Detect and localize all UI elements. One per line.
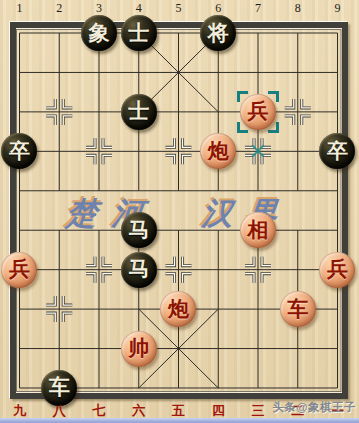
file-label-top: 6	[215, 1, 221, 16]
file-label-top: 5	[175, 1, 181, 16]
piece-red-cannon[interactable]: 炮	[200, 133, 236, 169]
file-label-top: 1	[16, 1, 22, 16]
piece-red-general[interactable]: 帅	[121, 331, 157, 367]
piece-black-advisor[interactable]: 士	[121, 94, 157, 130]
board-intersections: 象士将士兵卒炮卒马相兵马兵炮车帅车	[0, 13, 357, 407]
piece-red-pawn[interactable]: 兵	[240, 94, 276, 130]
xiangqi-board: 楚河 汉界 123456789 象士将士兵卒炮卒马相兵马兵炮车帅车 九八七六五四…	[0, 0, 359, 423]
file-label-top: 3	[96, 1, 102, 16]
file-label-top: 8	[295, 1, 301, 16]
piece-red-pawn[interactable]: 兵	[1, 252, 37, 288]
piece-black-horse[interactable]: 马	[121, 252, 157, 288]
piece-black-advisor[interactable]: 士	[121, 15, 157, 51]
piece-black-chariot[interactable]: 车	[41, 370, 77, 406]
watermark: 头条@象棋王子	[272, 400, 356, 415]
piece-red-pawn[interactable]: 兵	[319, 252, 355, 288]
piece-red-elephant[interactable]: 相	[240, 212, 276, 248]
file-label-top: 9	[334, 1, 340, 16]
file-labels-top: 123456789	[0, 1, 357, 16]
file-label-top: 7	[255, 1, 261, 16]
file-label-top: 2	[56, 1, 62, 16]
piece-black-general[interactable]: 将	[200, 15, 236, 51]
last-move-origin-marker	[250, 143, 266, 159]
bottom-bar	[0, 418, 359, 423]
file-label-top: 4	[136, 1, 142, 16]
piece-black-pawn[interactable]: 卒	[319, 133, 355, 169]
piece-red-chariot[interactable]: 车	[280, 291, 316, 327]
piece-red-cannon[interactable]: 炮	[160, 291, 196, 327]
piece-black-horse[interactable]: 马	[121, 212, 157, 248]
piece-black-elephant[interactable]: 象	[81, 15, 117, 51]
piece-black-pawn[interactable]: 卒	[1, 133, 37, 169]
